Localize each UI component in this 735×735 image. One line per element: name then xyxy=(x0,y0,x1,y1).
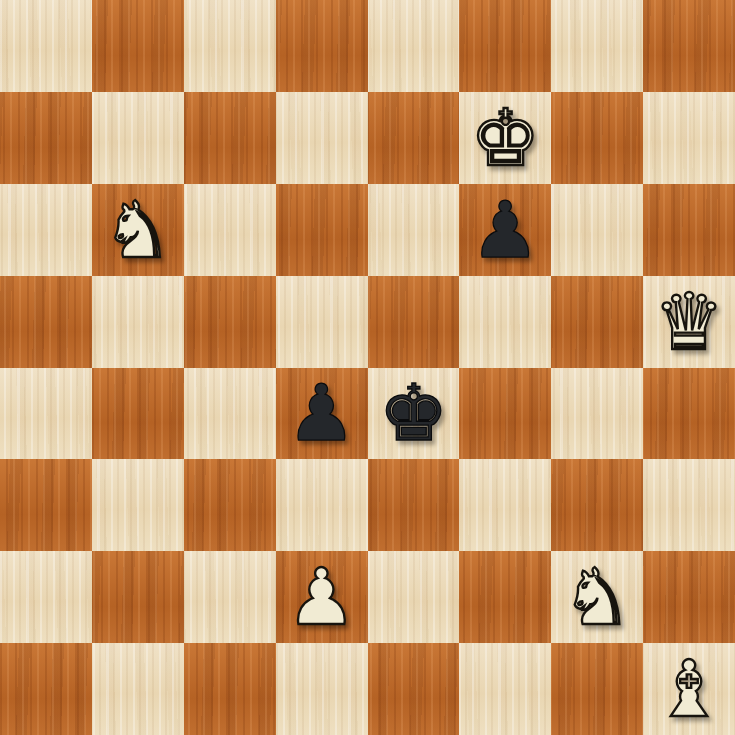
square-g8[interactable] xyxy=(551,0,643,92)
square-a3[interactable] xyxy=(0,459,92,551)
square-b7[interactable] xyxy=(92,92,184,184)
square-g2[interactable]: ♞ xyxy=(551,551,643,643)
square-a8[interactable] xyxy=(0,0,92,92)
square-e4[interactable]: ♚ xyxy=(368,368,460,460)
square-g6[interactable] xyxy=(551,184,643,276)
square-d2[interactable]: ♟ xyxy=(276,551,368,643)
square-f5[interactable] xyxy=(459,276,551,368)
square-b3[interactable] xyxy=(92,459,184,551)
square-f2[interactable] xyxy=(459,551,551,643)
piece-black-pawn[interactable]: ♟ xyxy=(276,368,368,460)
board-container: ♚♞♟♛♟♚♟♞♝ xyxy=(0,0,735,735)
piece-white-knight[interactable]: ♞ xyxy=(551,551,643,643)
piece-white-queen[interactable]: ♛ xyxy=(643,276,735,368)
square-h6[interactable] xyxy=(643,184,735,276)
square-e2[interactable] xyxy=(368,551,460,643)
square-a4[interactable] xyxy=(0,368,92,460)
square-f7[interactable]: ♚ xyxy=(459,92,551,184)
square-f4[interactable] xyxy=(459,368,551,460)
square-d5[interactable] xyxy=(276,276,368,368)
square-c2[interactable] xyxy=(184,551,276,643)
square-h1[interactable]: ♝ xyxy=(643,643,735,735)
square-c6[interactable] xyxy=(184,184,276,276)
square-c3[interactable] xyxy=(184,459,276,551)
square-f3[interactable] xyxy=(459,459,551,551)
square-h2[interactable] xyxy=(643,551,735,643)
square-c4[interactable] xyxy=(184,368,276,460)
square-d3[interactable] xyxy=(276,459,368,551)
chess-board: ♚♞♟♛♟♚♟♞♝ xyxy=(0,0,735,735)
piece-white-pawn[interactable]: ♟ xyxy=(276,551,368,643)
square-a1[interactable] xyxy=(0,643,92,735)
square-f8[interactable] xyxy=(459,0,551,92)
piece-white-king[interactable]: ♚ xyxy=(459,92,551,184)
square-c8[interactable] xyxy=(184,0,276,92)
square-h4[interactable] xyxy=(643,368,735,460)
square-d7[interactable] xyxy=(276,92,368,184)
square-f1[interactable] xyxy=(459,643,551,735)
square-d1[interactable] xyxy=(276,643,368,735)
square-e6[interactable] xyxy=(368,184,460,276)
square-b2[interactable] xyxy=(92,551,184,643)
square-c5[interactable] xyxy=(184,276,276,368)
square-c7[interactable] xyxy=(184,92,276,184)
square-a7[interactable] xyxy=(0,92,92,184)
square-b6[interactable]: ♞ xyxy=(92,184,184,276)
square-d8[interactable] xyxy=(276,0,368,92)
square-d6[interactable] xyxy=(276,184,368,276)
piece-white-knight[interactable]: ♞ xyxy=(92,184,184,276)
square-e5[interactable] xyxy=(368,276,460,368)
square-d4[interactable]: ♟ xyxy=(276,368,368,460)
square-h3[interactable] xyxy=(643,459,735,551)
square-h8[interactable] xyxy=(643,0,735,92)
square-b5[interactable] xyxy=(92,276,184,368)
square-g1[interactable] xyxy=(551,643,643,735)
square-b8[interactable] xyxy=(92,0,184,92)
piece-black-pawn[interactable]: ♟ xyxy=(459,184,551,276)
square-c1[interactable] xyxy=(184,643,276,735)
square-g5[interactable] xyxy=(551,276,643,368)
square-g3[interactable] xyxy=(551,459,643,551)
square-e1[interactable] xyxy=(368,643,460,735)
square-f6[interactable]: ♟ xyxy=(459,184,551,276)
square-g7[interactable] xyxy=(551,92,643,184)
piece-black-king[interactable]: ♚ xyxy=(368,368,460,460)
square-e8[interactable] xyxy=(368,0,460,92)
square-g4[interactable] xyxy=(551,368,643,460)
square-a5[interactable] xyxy=(0,276,92,368)
square-e7[interactable] xyxy=(368,92,460,184)
piece-white-bishop[interactable]: ♝ xyxy=(643,643,735,735)
square-a6[interactable] xyxy=(0,184,92,276)
square-h5[interactable]: ♛ xyxy=(643,276,735,368)
square-a2[interactable] xyxy=(0,551,92,643)
square-b4[interactable] xyxy=(92,368,184,460)
square-h7[interactable] xyxy=(643,92,735,184)
square-e3[interactable] xyxy=(368,459,460,551)
square-b1[interactable] xyxy=(92,643,184,735)
